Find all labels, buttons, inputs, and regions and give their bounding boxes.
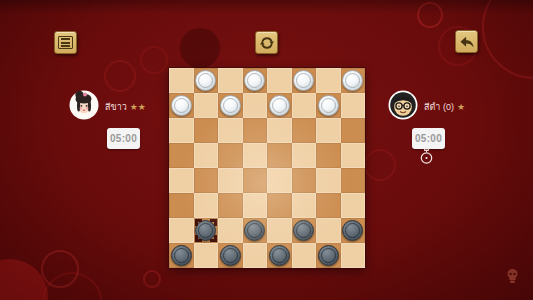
white-player-stars: ★★ bbox=[130, 102, 146, 112]
decor-circle bbox=[140, 46, 168, 74]
black-player-avatar bbox=[388, 90, 418, 124]
square-r6c4[interactable] bbox=[243, 193, 268, 218]
woman-avatar-icon bbox=[69, 90, 99, 120]
square-r4c3[interactable] bbox=[218, 143, 243, 168]
selection-corner bbox=[210, 219, 217, 226]
square-r2c3[interactable] bbox=[218, 93, 243, 118]
square-r3c3[interactable] bbox=[218, 118, 243, 143]
black-piece[interactable] bbox=[269, 245, 290, 266]
square-r6c2[interactable] bbox=[194, 193, 219, 218]
selection-corner bbox=[195, 235, 202, 242]
square-r4c4[interactable] bbox=[243, 143, 268, 168]
square-r7c2[interactable] bbox=[194, 218, 219, 243]
square-r4c2[interactable] bbox=[194, 143, 219, 168]
skull-icon bbox=[506, 268, 519, 288]
square-r7c5[interactable] bbox=[267, 218, 292, 243]
white-player-avatar bbox=[69, 90, 99, 124]
square-r2c8[interactable] bbox=[341, 93, 366, 118]
square-r1c5[interactable] bbox=[267, 68, 292, 93]
decor-circle bbox=[180, 28, 220, 68]
square-r2c4[interactable] bbox=[243, 93, 268, 118]
refresh-arrows-icon bbox=[259, 35, 275, 51]
square-r5c2[interactable] bbox=[194, 168, 219, 193]
square-r1c1[interactable] bbox=[169, 68, 194, 93]
square-r8c2[interactable] bbox=[194, 243, 219, 268]
black-piece[interactable] bbox=[318, 245, 339, 266]
square-r5c3[interactable] bbox=[218, 168, 243, 193]
square-r8c4[interactable] bbox=[243, 243, 268, 268]
white-piece[interactable] bbox=[269, 95, 290, 116]
square-r1c7[interactable] bbox=[316, 68, 341, 93]
square-r5c6[interactable] bbox=[292, 168, 317, 193]
black-timer-value: 05:00 bbox=[415, 133, 442, 144]
square-r8c8[interactable] bbox=[341, 243, 366, 268]
square-r7c1[interactable] bbox=[169, 218, 194, 243]
black-player-stars: ★ bbox=[457, 102, 465, 112]
square-r3c1[interactable] bbox=[169, 118, 194, 143]
square-r4c5[interactable] bbox=[267, 143, 292, 168]
black-piece[interactable] bbox=[244, 220, 265, 241]
square-r6c5[interactable] bbox=[267, 193, 292, 218]
square-r2c7[interactable] bbox=[316, 93, 341, 118]
square-r6c8[interactable] bbox=[341, 193, 366, 218]
square-r5c8[interactable] bbox=[341, 168, 366, 193]
square-r5c4[interactable] bbox=[243, 168, 268, 193]
square-r8c6[interactable] bbox=[292, 243, 317, 268]
back-button[interactable] bbox=[455, 30, 478, 53]
square-r2c1[interactable] bbox=[169, 93, 194, 118]
nerd-face-avatar-icon bbox=[388, 90, 418, 120]
white-player-name: สีขาว bbox=[105, 102, 127, 112]
square-r3c6[interactable] bbox=[292, 118, 317, 143]
refresh-button[interactable] bbox=[255, 31, 278, 54]
black-player-timer: 05:00 bbox=[412, 128, 445, 149]
black-player-label: สีดำ (0)★ bbox=[424, 100, 465, 114]
square-r6c3[interactable] bbox=[218, 193, 243, 218]
white-piece[interactable] bbox=[318, 95, 339, 116]
square-r3c8[interactable] bbox=[341, 118, 366, 143]
undo-back-arrow-icon bbox=[459, 34, 475, 50]
square-r7c4[interactable] bbox=[243, 218, 268, 243]
square-r3c4[interactable] bbox=[243, 118, 268, 143]
square-r6c1[interactable] bbox=[169, 193, 194, 218]
square-r8c3[interactable] bbox=[218, 243, 243, 268]
square-r2c6[interactable] bbox=[292, 93, 317, 118]
square-r8c7[interactable] bbox=[316, 243, 341, 268]
decor-circle bbox=[482, 0, 533, 79]
square-r3c7[interactable] bbox=[316, 118, 341, 143]
black-piece[interactable] bbox=[171, 245, 192, 266]
square-r8c5[interactable] bbox=[267, 243, 292, 268]
square-r1c8[interactable] bbox=[341, 68, 366, 93]
square-r7c3[interactable] bbox=[218, 218, 243, 243]
selection-corner bbox=[195, 219, 202, 226]
white-piece[interactable] bbox=[342, 70, 363, 91]
black-piece[interactable] bbox=[220, 245, 241, 266]
square-r8c1[interactable] bbox=[169, 243, 194, 268]
white-player-timer: 05:00 bbox=[107, 128, 140, 149]
square-r4c1[interactable] bbox=[169, 143, 194, 168]
game-screen: สีขาว★★ 05:00 สีดำ (0)★ 05:00 bbox=[0, 0, 533, 300]
decor-circle bbox=[143, 270, 161, 288]
square-r7c8[interactable] bbox=[341, 218, 366, 243]
square-r1c3[interactable] bbox=[218, 68, 243, 93]
square-r5c1[interactable] bbox=[169, 168, 194, 193]
decor-circle bbox=[41, 250, 79, 288]
decor-circle bbox=[364, 149, 396, 181]
square-r1c6[interactable] bbox=[292, 68, 317, 93]
square-r1c2[interactable] bbox=[194, 68, 219, 93]
white-piece[interactable] bbox=[195, 70, 216, 91]
square-r6c6[interactable] bbox=[292, 193, 317, 218]
black-player-name: สีดำ (0) bbox=[424, 102, 454, 112]
square-r6c7[interactable] bbox=[316, 193, 341, 218]
square-r7c7[interactable] bbox=[316, 218, 341, 243]
square-r4c7[interactable] bbox=[316, 143, 341, 168]
square-r7c6[interactable] bbox=[292, 218, 317, 243]
white-piece[interactable] bbox=[171, 95, 192, 116]
decor-circle bbox=[417, 2, 443, 28]
square-r1c4[interactable] bbox=[243, 68, 268, 93]
white-piece[interactable] bbox=[293, 70, 314, 91]
decor-circle bbox=[0, 259, 48, 300]
square-r3c2[interactable] bbox=[194, 118, 219, 143]
decor-circle bbox=[42, 272, 102, 300]
square-r3c5[interactable] bbox=[267, 118, 292, 143]
square-r5c5[interactable] bbox=[267, 168, 292, 193]
black-piece[interactable] bbox=[293, 220, 314, 241]
white-piece[interactable] bbox=[220, 95, 241, 116]
menu-button[interactable] bbox=[54, 31, 77, 54]
square-r2c2[interactable] bbox=[194, 93, 219, 118]
white-timer-value: 05:00 bbox=[110, 133, 137, 144]
square-r5c7[interactable] bbox=[316, 168, 341, 193]
square-r4c6[interactable] bbox=[292, 143, 317, 168]
white-player-label: สีขาว★★ bbox=[105, 100, 146, 114]
decor-circle bbox=[104, 60, 136, 92]
stopwatch-icon bbox=[419, 148, 434, 169]
selection-corner bbox=[210, 235, 217, 242]
board bbox=[169, 68, 365, 268]
square-r4c8[interactable] bbox=[341, 143, 366, 168]
hamburger-menu-icon bbox=[58, 36, 73, 49]
square-r2c5[interactable] bbox=[267, 93, 292, 118]
black-piece[interactable] bbox=[342, 220, 363, 241]
white-piece[interactable] bbox=[244, 70, 265, 91]
